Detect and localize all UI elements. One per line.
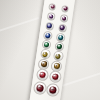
photo xyxy=(0,0,100,100)
gem-topaz-amber-r7-right xyxy=(53,62,60,69)
gem-orchid-purple-r2-left xyxy=(48,14,53,19)
blister-cell-r4-left xyxy=(43,30,53,40)
gem-sparkle xyxy=(42,61,45,64)
blister-cell-r9-right xyxy=(46,82,61,97)
gem-sparkle xyxy=(48,24,50,26)
gem-sparkle xyxy=(46,33,48,35)
gem-sparkle xyxy=(38,84,41,87)
gem-sparkle xyxy=(62,17,64,19)
blister-cell-r4-right xyxy=(56,32,66,42)
rhinestone-strip xyxy=(29,0,76,100)
blister-cell-r9-left xyxy=(33,80,48,95)
gem-sparkle xyxy=(51,5,53,7)
blister-cell-r1-right xyxy=(61,4,69,12)
gem-siam-red-r8-left xyxy=(39,71,46,78)
blister-cell-r1-left xyxy=(48,3,56,11)
gem-sparkle xyxy=(64,7,66,9)
blister-cell-r2-right xyxy=(59,14,68,23)
gem-sparkle xyxy=(55,63,58,66)
blister-cell-r3-right xyxy=(58,23,67,32)
gem-sapphire-blue-r4-left xyxy=(45,32,51,38)
gem-sparkle xyxy=(58,44,60,46)
gem-dark-purple-r3-right xyxy=(59,25,65,31)
gem-dark-garnet-r9-right xyxy=(49,86,57,94)
fabric-crease xyxy=(0,17,39,33)
gem-dark-topaz-r7-left xyxy=(40,60,47,67)
gem-garnet-red-r9-left xyxy=(36,84,44,92)
gem-sparkle xyxy=(59,35,61,37)
blister-cell-r8-left xyxy=(35,68,49,82)
gem-gold-yellow-r6-left xyxy=(42,51,48,57)
gem-sparkle xyxy=(49,15,51,17)
gem-sparkle xyxy=(40,72,43,75)
gem-sparkle xyxy=(53,74,56,77)
gem-sparkle xyxy=(56,54,58,56)
gem-blue-violet-r3-left xyxy=(46,23,52,29)
gem-rose-pink-r1-left xyxy=(50,4,55,9)
blister-cell-r8-right xyxy=(48,70,62,84)
fabric-crease xyxy=(59,70,100,87)
gem-emerald-green-r5-left xyxy=(44,42,50,48)
gem-olive-gold-r6-right xyxy=(55,53,61,59)
blister-cell-r2-left xyxy=(46,12,55,21)
gem-magenta-purple-r2-right xyxy=(61,16,66,21)
gem-red-r8-right xyxy=(51,73,58,80)
gem-forest-green-r5-right xyxy=(57,44,63,50)
gem-sparkle xyxy=(43,52,45,54)
gem-sparkle xyxy=(61,26,63,28)
blister-cell-r3-left xyxy=(45,21,54,30)
gem-sparkle xyxy=(51,86,54,89)
gem-teal-r4-right xyxy=(58,34,64,40)
gem-fuchsia-r1-right xyxy=(63,6,68,11)
gem-sparkle xyxy=(45,42,47,44)
